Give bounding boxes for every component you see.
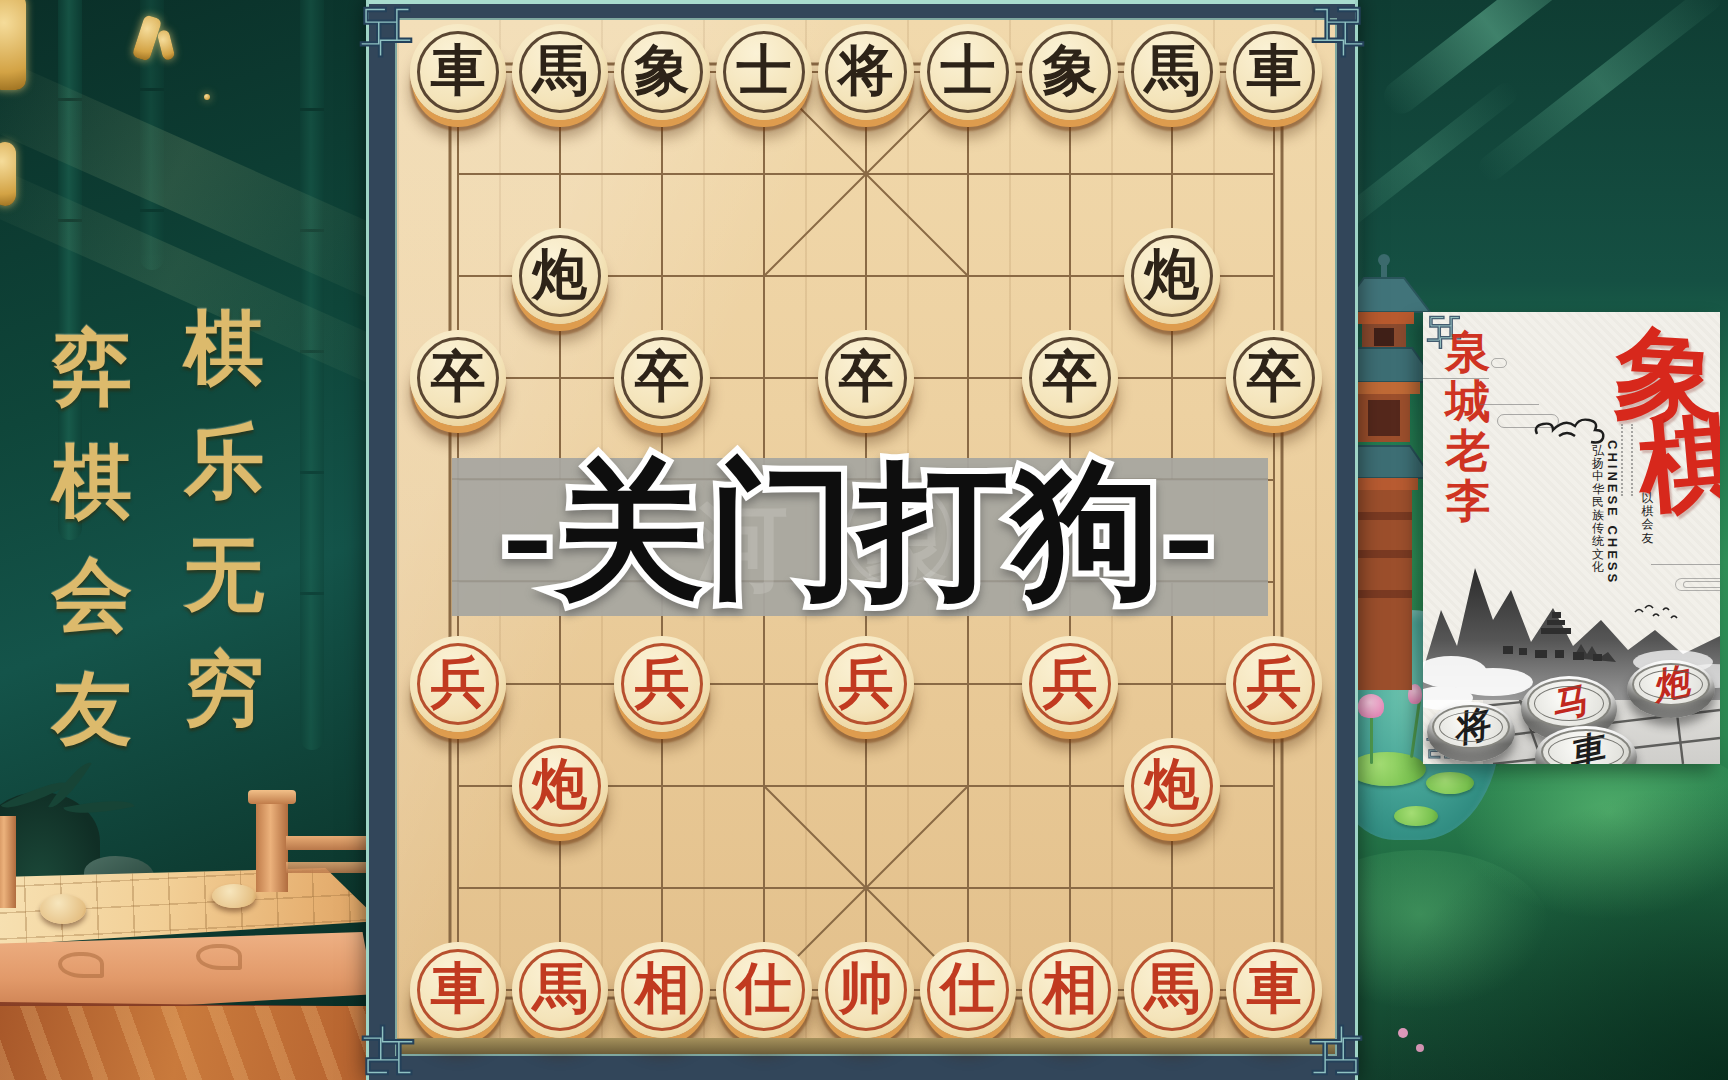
piece-glyph: 兵 bbox=[839, 655, 894, 710]
gold-ornament bbox=[0, 0, 26, 90]
board-piece-red-horse-f8-r10[interactable]: 馬 bbox=[1124, 942, 1220, 1038]
piece-glyph: 士 bbox=[941, 43, 996, 98]
piece-glyph: 卒 bbox=[431, 349, 486, 404]
board-piece-black-cannon-f2-r3[interactable]: 炮 bbox=[512, 228, 608, 324]
poster-motto: 以 棋 会 友 bbox=[1641, 492, 1654, 545]
board-piece-black-general-f5-r1[interactable]: 将 bbox=[818, 24, 914, 120]
board-piece-black-rook-f1-r1[interactable]: 車 bbox=[410, 24, 506, 120]
stage: 弈 棋 会 友 棋 乐 无 穷 車馬象士将士象馬車炮炮卒卒卒卒卒兵兵兵兵兵炮炮車… bbox=[0, 0, 1728, 1080]
poster-piece: 将 bbox=[1427, 702, 1515, 762]
board-piece-red-advisor-f4-r10[interactable]: 仕 bbox=[716, 942, 812, 1038]
piece-glyph: 馬 bbox=[1145, 961, 1200, 1016]
board-piece-red-soldier-f1-r7[interactable]: 兵 bbox=[410, 636, 506, 732]
corner-knot-icon bbox=[357, 4, 415, 62]
board-piece-red-rook-f1-r10[interactable]: 車 bbox=[410, 942, 506, 1038]
railing-cap bbox=[248, 790, 296, 804]
board-piece-black-soldier-f3-r4[interactable]: 卒 bbox=[614, 330, 710, 426]
poster-piece-glyph: 将 bbox=[1448, 699, 1493, 754]
piece-glyph: 象 bbox=[635, 43, 690, 98]
piece-glyph: 相 bbox=[1043, 961, 1098, 1016]
board-piece-red-soldier-f9-r7[interactable]: 兵 bbox=[1226, 636, 1322, 732]
board-piece-red-horse-f2-r10[interactable]: 馬 bbox=[512, 942, 608, 1038]
board-piece-black-advisor-f4-r1[interactable]: 士 bbox=[716, 24, 812, 120]
piece-glyph: 仕 bbox=[941, 961, 996, 1016]
piece-glyph: 馬 bbox=[533, 43, 588, 98]
piece-glyph: 仕 bbox=[737, 961, 792, 1016]
piece-glyph: 車 bbox=[431, 961, 486, 1016]
board-piece-black-soldier-f9-r4[interactable]: 卒 bbox=[1226, 330, 1322, 426]
floor bbox=[0, 1006, 400, 1080]
piece-glyph: 馬 bbox=[533, 961, 588, 1016]
railing-post bbox=[0, 816, 16, 908]
board-piece-red-soldier-f7-r7[interactable]: 兵 bbox=[1022, 636, 1118, 732]
tiny-text-column bbox=[1621, 424, 1629, 496]
banner-text: -关门打狗- bbox=[503, 450, 1218, 614]
chess-shop-poster: 泉 城 老 李 象 棋 CHINESE CHESS 弘 扬 中 华 民 族 传 … bbox=[1423, 312, 1720, 764]
board-piece-red-cannon-f8-r8[interactable]: 炮 bbox=[1124, 738, 1220, 834]
board-piece-black-soldier-f7-r4[interactable]: 卒 bbox=[1022, 330, 1118, 426]
piece-glyph: 炮 bbox=[1145, 757, 1200, 812]
vertical-motto-right: 棋 乐 无 穷 bbox=[182, 292, 266, 746]
table-carving bbox=[196, 944, 242, 970]
piece-glyph: 車 bbox=[1247, 961, 1302, 1016]
poster-piece: 炮 bbox=[1627, 660, 1715, 718]
board-piece-red-elephant-f3-r10[interactable]: 相 bbox=[614, 942, 710, 1038]
gold-sparkle bbox=[204, 94, 210, 100]
piece-glyph: 車 bbox=[431, 43, 486, 98]
board-piece-red-cannon-f2-r8[interactable]: 炮 bbox=[512, 738, 608, 834]
piece-glyph: 卒 bbox=[839, 349, 894, 404]
piece-glyph: 炮 bbox=[1145, 247, 1200, 302]
poster-deco-line bbox=[1479, 404, 1539, 405]
board-piece-black-soldier-f1-r4[interactable]: 卒 bbox=[410, 330, 506, 426]
table-chess-piece bbox=[40, 894, 86, 924]
board-piece-black-horse-f2-r1[interactable]: 馬 bbox=[512, 24, 608, 120]
board-piece-black-cannon-f8-r3[interactable]: 炮 bbox=[1124, 228, 1220, 324]
table-chess-piece bbox=[212, 884, 256, 908]
board-piece-black-soldier-f5-r4[interactable]: 卒 bbox=[818, 330, 914, 426]
piece-glyph: 兵 bbox=[1043, 655, 1098, 710]
board-piece-red-general-f5-r10[interactable]: 帅 bbox=[818, 942, 914, 1038]
piece-glyph: 帅 bbox=[839, 961, 894, 1016]
piece-glyph: 炮 bbox=[533, 757, 588, 812]
board-piece-black-elephant-f7-r1[interactable]: 象 bbox=[1022, 24, 1118, 120]
board-piece-black-rook-f9-r1[interactable]: 車 bbox=[1226, 24, 1322, 120]
railing-post bbox=[256, 800, 288, 892]
poster-deco-line bbox=[1423, 378, 1489, 379]
bamboo-stalk bbox=[300, 0, 324, 750]
board-piece-black-horse-f8-r1[interactable]: 馬 bbox=[1124, 24, 1220, 120]
piece-glyph: 炮 bbox=[533, 247, 588, 302]
shadow bbox=[1368, 780, 1728, 1080]
piece-glyph: 兵 bbox=[635, 655, 690, 710]
board-piece-red-soldier-f5-r7[interactable]: 兵 bbox=[818, 636, 914, 732]
piece-glyph: 相 bbox=[635, 961, 690, 1016]
piece-glyph: 兵 bbox=[431, 655, 486, 710]
piece-glyph: 卒 bbox=[1043, 349, 1098, 404]
corner-knot-icon bbox=[1309, 4, 1367, 62]
piece-glyph: 卒 bbox=[1247, 349, 1302, 404]
piece-glyph: 卒 bbox=[635, 349, 690, 404]
piece-glyph: 兵 bbox=[1247, 655, 1302, 710]
piece-glyph: 象 bbox=[1043, 43, 1098, 98]
board-piece-red-soldier-f3-r7[interactable]: 兵 bbox=[614, 636, 710, 732]
table-carving bbox=[58, 952, 104, 978]
poster-shop-name: 泉 城 老 李 bbox=[1443, 328, 1493, 526]
move-title-banner: 河 象 -关门打狗- bbox=[452, 458, 1268, 616]
vertical-motto-left: 弈 棋 会 友 bbox=[50, 312, 134, 766]
poster-piece-glyph: 車 bbox=[1563, 724, 1608, 764]
poster-piece-glyph: 炮 bbox=[1648, 657, 1693, 712]
board-piece-black-elephant-f3-r1[interactable]: 象 bbox=[614, 24, 710, 120]
poster-piece-glyph: 马 bbox=[1546, 676, 1591, 731]
corner-knot-icon bbox=[359, 1020, 417, 1078]
gold-ornament bbox=[0, 142, 16, 206]
tiny-text-column bbox=[1631, 424, 1639, 496]
corner-knot-icon bbox=[1307, 1020, 1365, 1078]
lotus-stem bbox=[1370, 712, 1373, 764]
board-piece-black-advisor-f6-r1[interactable]: 士 bbox=[920, 24, 1016, 120]
board-piece-red-elephant-f7-r10[interactable]: 相 bbox=[1022, 942, 1118, 1038]
piece-glyph: 士 bbox=[737, 43, 792, 98]
piece-glyph: 車 bbox=[1247, 43, 1302, 98]
piece-glyph: 将 bbox=[839, 43, 894, 98]
poster-deco-arc bbox=[1491, 358, 1507, 368]
board-piece-red-advisor-f6-r10[interactable]: 仕 bbox=[920, 942, 1016, 1038]
piece-glyph: 馬 bbox=[1145, 43, 1200, 98]
